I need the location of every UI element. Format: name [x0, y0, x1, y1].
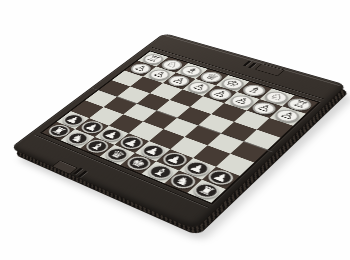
top-latch-tab [255, 63, 285, 76]
chess-set-case: ♖♘♗♕♔♗♘♖♙♙♙♙♙♙♙♙♟♟♟♟♟♟♟♟♜♞♝♛♚♝♞♜ [10, 33, 347, 230]
photo-backdrop: ♖♘♗♕♔♗♘♖♙♙♙♙♙♙♙♙♟♟♟♟♟♟♟♟♜♞♝♛♚♝♞♜ [0, 0, 350, 260]
